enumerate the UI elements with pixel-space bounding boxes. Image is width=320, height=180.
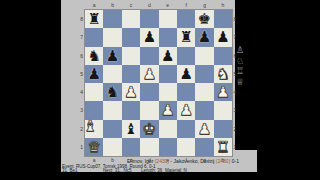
square-e5[interactable] [159,65,177,83]
game-length: Length: 36 [141,168,162,173]
white-pawn[interactable]: ♟ [124,83,137,101]
square-g3[interactable] [195,101,213,119]
black-knight[interactable]: ♞ [106,83,119,101]
square-c3[interactable] [122,101,140,119]
rank-label-4: 4 [76,83,83,101]
square-h5[interactable]: ♞ [214,65,232,83]
square-e2[interactable] [159,120,177,138]
rank-label-8: 8 [234,10,241,28]
rank-labels-left: 87654321 [76,10,83,156]
black-rook[interactable]: ♜ [87,10,100,28]
white-knight[interactable]: ♞ [216,65,229,83]
white-pawn[interactable]: ♟ [198,120,211,138]
file-label-b: b [103,157,121,163]
rank-label-7: 7 [234,28,241,46]
file-label-a: a [85,157,103,163]
square-b3[interactable] [103,101,121,119]
white-bishop-moving[interactable]: ♝ [81,117,99,135]
square-d3[interactable] [140,101,158,119]
white-rook[interactable]: ♜ [216,138,229,156]
square-a1[interactable]: ♛ [85,138,103,156]
square-b2[interactable] [103,120,121,138]
square-a8[interactable]: ♜ [85,10,103,28]
black-king[interactable]: ♚ [198,10,211,28]
file-label-f: f [177,2,195,8]
square-g2[interactable]: ♟ [195,120,213,138]
square-b6[interactable]: ♟ [103,47,121,65]
black-player-elo: (2480) [216,158,230,164]
rank-label-8: 8 [76,10,83,28]
material-balance-column: ♙♘♖♕ [236,45,244,87]
next-move: Next: 31...Nc5 [103,168,132,173]
square-h3[interactable] [214,101,232,119]
square-g5[interactable] [195,65,213,83]
black-player-name: Jakovenko, Dmitrij [174,158,215,164]
square-e6[interactable]: ♟ [159,47,177,65]
rank-label-2: 2 [234,120,241,138]
white-pawn[interactable]: ♟ [143,65,156,83]
square-c1[interactable] [122,138,140,156]
square-b5[interactable] [103,65,121,83]
square-f8[interactable] [177,10,195,28]
white-player-elo: (2430) [155,158,169,164]
square-a5[interactable]: ♟ [85,65,103,83]
move-played: 31. Be1 [62,168,78,173]
square-h2[interactable] [214,120,232,138]
square-g7[interactable]: ♟ [195,28,213,46]
square-c5[interactable] [122,65,140,83]
white-pawn[interactable]: ♟ [216,83,229,101]
black-pawn[interactable]: ♟ [106,47,119,65]
white-king[interactable]: ♚ [143,120,156,138]
material-label: Material: N [165,168,187,173]
rank-label-1: 1 [234,138,241,156]
square-g6[interactable] [195,47,213,65]
file-label-h: h [214,2,232,8]
square-f3[interactable]: ♟ [177,101,195,119]
players-separator: - [171,158,173,164]
game-result: 0-1 [232,158,239,164]
square-e8[interactable] [159,10,177,28]
square-b1[interactable] [103,138,121,156]
square-a4[interactable] [85,83,103,101]
rank-label-3: 3 [76,101,83,119]
pawn-icon: ♙ [236,45,244,56]
square-h6[interactable] [214,47,232,65]
square-d1[interactable] [140,138,158,156]
square-e7[interactable] [159,28,177,46]
square-f1[interactable] [177,138,195,156]
file-label-a: a [85,2,103,8]
rank-label-3: 3 [234,101,241,119]
black-pawn[interactable]: ♟ [216,28,229,46]
square-c4[interactable]: ♟ [122,83,140,101]
square-g1[interactable] [195,138,213,156]
file-label-d: d [140,2,158,8]
square-d6[interactable] [140,47,158,65]
square-h4[interactable]: ♟ [214,83,232,101]
white-pawn[interactable]: ♟ [179,101,192,119]
square-b7[interactable] [103,28,121,46]
square-e1[interactable] [159,138,177,156]
chess-board: ♜♚♟♜♟♟♞♟♟♟♟♟♞♞♟♟♟♟♝♚♟♛♜ [85,10,232,156]
file-label-c: c [122,2,140,8]
rank-label-1: 1 [76,138,83,156]
square-h1[interactable]: ♜ [214,138,232,156]
square-d7[interactable]: ♟ [140,28,158,46]
square-f5[interactable]: ♟ [177,65,195,83]
square-d5[interactable]: ♟ [140,65,158,83]
white-pawn[interactable]: ♟ [161,101,174,119]
square-b8[interactable] [103,10,121,28]
black-pawn[interactable]: ♟ [179,65,192,83]
square-a6[interactable]: ♞ [85,47,103,65]
black-rook[interactable]: ♜ [179,28,192,46]
file-label-e: e [159,2,177,8]
knight-icon: ♘ [236,56,244,67]
square-e3[interactable]: ♟ [159,101,177,119]
rank-label-6: 6 [76,47,83,65]
black-pawn[interactable]: ♟ [161,47,174,65]
queen-icon: ♕ [236,77,244,88]
square-b4[interactable]: ♞ [103,83,121,101]
square-d2[interactable]: ♚ [140,120,158,138]
black-bishop[interactable]: ♝ [124,120,137,138]
rook-icon: ♖ [236,66,244,77]
square-h8[interactable] [214,10,232,28]
square-f4[interactable] [177,83,195,101]
rank-label-2: 2 [76,120,83,138]
square-c2[interactable]: ♝ [122,120,140,138]
square-f6[interactable] [177,47,195,65]
square-g4[interactable] [195,83,213,101]
file-label-b: b [103,2,121,8]
square-c8[interactable] [122,10,140,28]
square-f7[interactable]: ♜ [177,28,195,46]
square-d8[interactable] [140,10,158,28]
file-label-g: g [195,2,213,8]
square-c6[interactable] [122,47,140,65]
square-c7[interactable] [122,28,140,46]
square-f2[interactable] [177,120,195,138]
black-knight[interactable]: ♞ [87,47,100,65]
file-labels-top: abcdefgh [85,2,232,8]
black-pawn[interactable]: ♟ [198,28,211,46]
square-a7[interactable] [85,28,103,46]
rank-label-5: 5 [76,65,83,83]
black-pawn[interactable]: ♟ [87,65,100,83]
square-e4[interactable] [159,83,177,101]
square-g8[interactable]: ♚ [195,10,213,28]
square-d4[interactable] [140,83,158,101]
white-queen[interactable]: ♛ [87,138,100,156]
rank-label-7: 7 [76,28,83,46]
black-pawn[interactable]: ♟ [143,28,156,46]
square-h7[interactable]: ♟ [214,28,232,46]
